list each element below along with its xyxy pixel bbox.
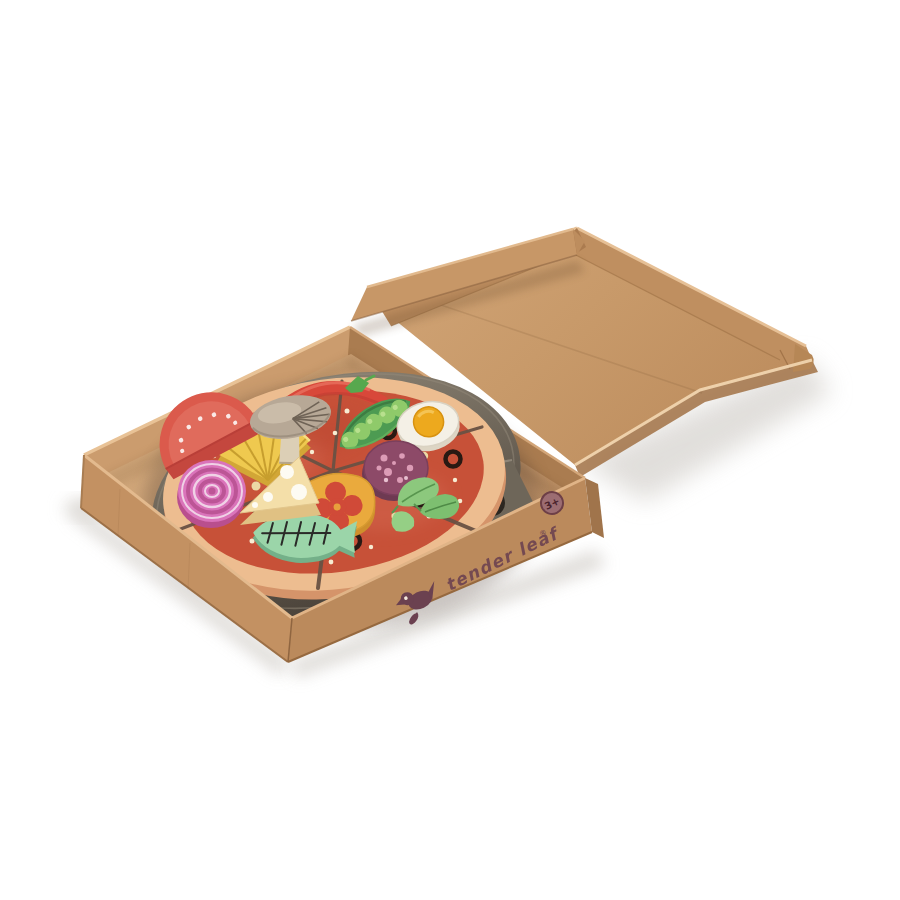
product-photo: tender leaf ® 3+: [0, 0, 900, 900]
topping-red-onion: [177, 460, 246, 528]
scene-canvas: tender leaf ® 3+: [0, 0, 900, 900]
